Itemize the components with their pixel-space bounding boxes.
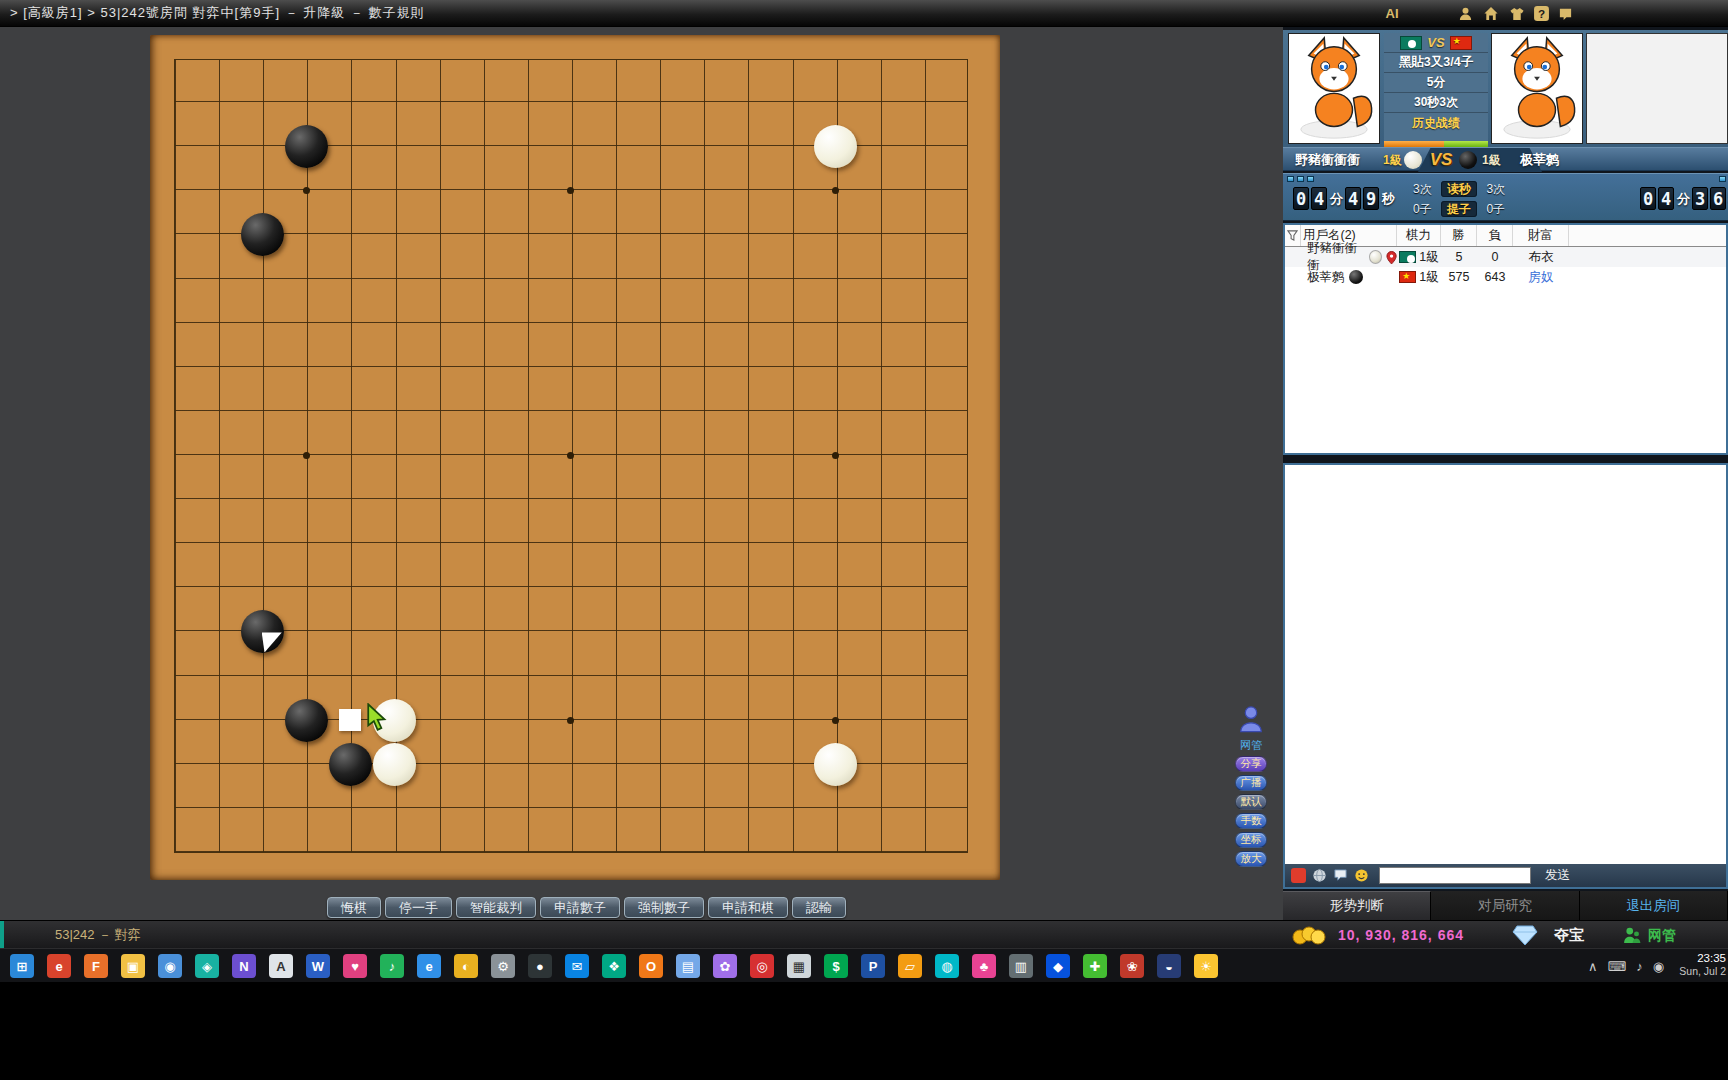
black-captures: 0子 — [1486, 202, 1505, 216]
user-rank: 1級 — [1419, 249, 1438, 266]
send-button[interactable]: 发送 — [1545, 867, 1570, 884]
pill-button-放大[interactable]: 放大 — [1235, 851, 1267, 867]
tab-exit-room[interactable]: 退出房间 — [1580, 891, 1728, 920]
taskbar-app-icon-13[interactable]: ◐ — [454, 954, 478, 978]
taskbar-app-icon-27[interactable]: ♣ — [972, 954, 996, 978]
svg-text:?: ? — [1537, 7, 1544, 20]
status-accent — [0, 921, 4, 949]
white-stone-icon — [1404, 151, 1422, 169]
money-amount: 10, 930, 816, 664 — [1338, 921, 1464, 949]
byoyomi-label: 读秒 — [1441, 181, 1477, 197]
star-point — [303, 452, 310, 459]
pill-button-分享[interactable]: 分享 — [1235, 756, 1267, 772]
taskbar-app-icon-21[interactable]: ◎ — [750, 954, 774, 978]
black-clock-min2: 4 — [1658, 187, 1674, 210]
admin-green-icon[interactable] — [1622, 926, 1642, 944]
side-tool-stack: 网管 分享广播默认手数坐标放大 — [1233, 705, 1269, 867]
macau-flag-icon — [1400, 36, 1422, 50]
status-bar: 53|242 － 對弈 10, 930, 816, 664 夺宝 网管 — [0, 920, 1728, 948]
taskbar-app-icon-17[interactable]: ❖ — [602, 954, 626, 978]
white-clock-sec1: 4 — [1345, 187, 1361, 210]
black-stone-icon — [1349, 270, 1363, 284]
black-player-name: 极莘鹩 — [1520, 148, 1559, 172]
black-clock-min1: 0 — [1640, 187, 1656, 210]
byoyomi-row: 30秒3次 — [1384, 93, 1488, 113]
black-clock-sec1: 3 — [1692, 187, 1708, 210]
taskbar-app-icon-26[interactable]: ◍ — [935, 954, 959, 978]
game-button-7[interactable]: 認輸 — [792, 897, 846, 918]
game-button-4[interactable]: 申請數子 — [540, 897, 620, 918]
deco-square — [1307, 176, 1314, 182]
taskbar-app-icon-10[interactable]: ♥ — [343, 954, 367, 978]
taskbar-app-icon-6[interactable]: ◈ — [195, 954, 219, 978]
taskbar-app-icon-30[interactable]: ✚ — [1083, 954, 1107, 978]
user-wins: 5 — [1441, 250, 1477, 264]
tool-pills: 分享广播默认手数坐标放大 — [1233, 756, 1269, 867]
history-record-button[interactable]: 历史战绩 — [1384, 113, 1488, 133]
user-losses: 0 — [1477, 250, 1513, 264]
right-sidebar: VS 黑貼3又3/4子 5分 30秒3次 历史战绩 — [1283, 27, 1728, 920]
tray-icon-1[interactable]: ∧ — [1588, 959, 1598, 974]
pill-button-坐标[interactable]: 坐标 — [1235, 832, 1267, 848]
taskbar-app-icon-31[interactable]: ❀ — [1120, 954, 1144, 978]
col-rank[interactable]: 棋力 — [1397, 225, 1441, 246]
user-wealth: 房奴 — [1513, 269, 1569, 286]
admin-chat-button[interactable]: 网管 — [1648, 921, 1676, 949]
go-board[interactable] — [150, 35, 1000, 880]
taskbar-app-icon-24[interactable]: P — [861, 954, 885, 978]
stone-D4-black — [285, 699, 328, 742]
star-point — [832, 717, 839, 724]
deco-square — [1287, 176, 1294, 182]
stone-F3-white — [373, 743, 416, 786]
komi-row: 黑貼3又3/4子 — [1384, 53, 1488, 73]
speech-bubble-icon[interactable] — [1333, 868, 1348, 883]
chat-input[interactable] — [1379, 867, 1531, 884]
taskbar-app-icon-9[interactable]: W — [306, 954, 330, 978]
taskbar-app-icon-1[interactable]: ⊞ — [10, 954, 34, 978]
game-action-buttons: 悔棋停一手智能裁判申請數子強制數子申請和棋認輸 — [327, 897, 846, 918]
stone-E3-black — [329, 743, 372, 786]
user-wealth: 布衣 — [1513, 249, 1569, 266]
black-byoyomi-left: 3次 — [1486, 182, 1505, 196]
taskbar-app-icon-12[interactable]: e — [417, 954, 441, 978]
pill-button-手数[interactable]: 手数 — [1235, 813, 1267, 829]
room-status-text: 53|242 － 對弈 — [55, 921, 141, 949]
chat-panel: 发送 — [1283, 463, 1728, 889]
main-area: 悔棋停一手智能裁判申請數子強制數子申請和棋認輸 网管 分享广播默认手数坐标放大 — [0, 27, 1728, 920]
captures-label: 提子 — [1441, 201, 1477, 217]
vs-label: VS — [1427, 35, 1444, 50]
panel-right-blank — [1586, 33, 1728, 144]
user-table-body: 野豬衝衝衝1級50布衣极莘鹩1級575643房奴 — [1285, 247, 1726, 287]
flags-row: VS — [1384, 33, 1488, 53]
pill-button-默认[interactable]: 默认 — [1235, 794, 1267, 810]
white-clock-sec-label: 秒 — [1382, 190, 1395, 208]
stone-C15-black — [241, 213, 284, 256]
window-title-bar: > [高級房1] > 53|242號房間 對弈中[第9手] － 升降級 － 數子… — [0, 0, 1728, 27]
user-list-panel: 用戶名(2) 棋力 勝 負 財富 野豬衝衝衝1級50布衣极莘鹩1級575643房… — [1283, 223, 1728, 455]
shirt-icon[interactable] — [1506, 4, 1528, 23]
location-pin-icon — [1386, 250, 1397, 265]
taskbar-app-icon-29[interactable]: ◆ — [1046, 954, 1070, 978]
game-button-6[interactable]: 申請和棋 — [708, 897, 788, 918]
taskbar-app-icon-16[interactable]: ✉ — [565, 954, 589, 978]
black-stone-icon — [1459, 151, 1477, 169]
treasure-button[interactable]: 夺宝 — [1554, 921, 1584, 949]
sidebar-tabs: 形势判断 对局研究 退出房间 — [1283, 891, 1728, 920]
user-icon[interactable] — [1454, 4, 1476, 23]
chat-toolbar: 发送 — [1285, 864, 1726, 887]
user-name: 极莘鹩 — [1307, 269, 1345, 286]
coins-icon — [1290, 925, 1330, 945]
white-player-rank: 1級 — [1383, 148, 1402, 172]
white-stone-icon — [1369, 250, 1382, 264]
taskbar-app-icon-18[interactable]: O — [639, 954, 663, 978]
admin-label: 网管 — [1233, 738, 1269, 753]
taskbar-app-icon-3[interactable]: F — [84, 954, 108, 978]
taskbar-app-icon-2[interactable]: e — [47, 954, 71, 978]
stone-Q3-white — [814, 743, 857, 786]
globe-icon[interactable] — [1312, 868, 1327, 883]
players-vs-bar: 野豬衝衝衝 1級 VS 1級 极莘鹩 — [1283, 147, 1728, 171]
white-captures: 0子 — [1413, 202, 1432, 216]
mouse-cursor — [364, 703, 390, 733]
extra-icon[interactable] — [1554, 4, 1576, 23]
stone-D17-black — [285, 125, 328, 168]
deco-square — [1297, 176, 1304, 182]
match-info-column: VS 黑貼3又3/4子 5分 30秒3次 历史战绩 — [1384, 33, 1488, 147]
clock-panel: 0 4 分 4 9 秒 3次 读秒 3次 0子 提子 0子 0 4 分 — [1283, 173, 1728, 221]
captures-row: 0子 提子 0子 — [1413, 201, 1505, 218]
tray-time: 23:35 — [1679, 952, 1726, 965]
vs-big-label: VS — [1425, 148, 1457, 172]
taskbar-app-icon-33[interactable]: ☀ — [1194, 954, 1218, 978]
white-clock-min-label: 分 — [1330, 190, 1343, 208]
taskbar-app-icon-25[interactable]: ▱ — [898, 954, 922, 978]
smiley-icon[interactable] — [1354, 868, 1369, 883]
white-clock-min2: 4 — [1311, 187, 1327, 210]
taskbar-app-icon-5[interactable]: ◉ — [158, 954, 182, 978]
white-player-name: 野豬衝衝衝 — [1295, 148, 1360, 172]
taskbar-app-icon-14[interactable]: ⚙ — [491, 954, 515, 978]
tray-icon-4[interactable]: ◉ — [1653, 959, 1664, 974]
col-wins[interactable]: 勝 — [1441, 225, 1477, 246]
taskbar-app-icon-20[interactable]: ✿ — [713, 954, 737, 978]
china-flag-icon — [1399, 271, 1416, 283]
user-wins: 575 — [1441, 270, 1477, 284]
admin-person-icon[interactable] — [1233, 705, 1269, 737]
desktop-screen: > [高級房1] > 53|242號房間 對弈中[第9手] － 升降級 － 數子… — [0, 0, 1728, 1080]
game-button-2[interactable]: 停一手 — [385, 897, 452, 918]
game-button-1[interactable]: 悔棋 — [327, 897, 381, 918]
white-clock-sec2: 9 — [1363, 187, 1379, 210]
col-extra — [1569, 225, 1726, 246]
taskbar-app-icon-15[interactable]: ● — [528, 954, 552, 978]
macau-flag-icon — [1399, 251, 1416, 263]
user-row-野豬衝衝衝[interactable]: 野豬衝衝衝1級50布衣 — [1285, 247, 1726, 267]
user-losses: 643 — [1477, 270, 1513, 284]
player-panel: VS 黑貼3又3/4子 5分 30秒3次 历史战绩 — [1283, 30, 1728, 147]
black-clock-sec2: 6 — [1710, 187, 1726, 210]
taskbar-app-icon-19[interactable]: ▤ — [676, 954, 700, 978]
taskbar-app-icon-8[interactable]: A — [269, 954, 293, 978]
black-clock-min-label: 分 — [1677, 190, 1690, 208]
game-button-3[interactable]: 智能裁判 — [456, 897, 536, 918]
game-button-5[interactable]: 強制數子 — [624, 897, 704, 918]
black-player-avatar[interactable] — [1491, 33, 1583, 144]
tab-game-research[interactable]: 对局研究 — [1431, 891, 1579, 920]
col-wealth[interactable]: 財富 — [1513, 225, 1569, 246]
user-row-极莘鹩[interactable]: 极莘鹩1級575643房奴 — [1285, 267, 1726, 287]
taskbar-app-icon-28[interactable]: ▥ — [1009, 954, 1033, 978]
home-icon[interactable] — [1480, 4, 1502, 23]
main-time-row: 5分 — [1384, 73, 1488, 93]
tray-clock[interactable]: 23:35 Sun, Jul 2 — [1679, 952, 1726, 978]
stone-C6-black — [241, 610, 284, 653]
help-icon[interactable]: ? — [1530, 4, 1552, 23]
deco-square — [1719, 176, 1726, 182]
tray-date: Sun, Jul 2 — [1679, 965, 1726, 978]
white-byoyomi-left: 3次 — [1413, 182, 1432, 196]
taskbar: ⊞eF▣◉◈NAW♥♪e◐⚙●✉❖O▤✿◎▦$P▱◍♣▥◆✚❀◒☀ ∧⌨♪◉ 2… — [0, 948, 1728, 982]
chat-red-icon[interactable] — [1291, 868, 1306, 883]
white-player-avatar[interactable] — [1288, 33, 1380, 144]
white-clock-min1: 0 — [1293, 187, 1309, 210]
byoyomi-row: 3次 读秒 3次 — [1413, 181, 1505, 198]
user-rank: 1級 — [1419, 269, 1438, 286]
black-player-rank: 1級 — [1482, 148, 1501, 172]
taskbar-app-icon-22[interactable]: ▦ — [787, 954, 811, 978]
taskbar-app-icon-23[interactable]: $ — [824, 954, 848, 978]
ai-button[interactable]: AI — [1381, 4, 1403, 23]
tray-icon-3[interactable]: ♪ — [1636, 959, 1643, 974]
tab-position-judge[interactable]: 形势判断 — [1283, 891, 1431, 920]
diamond-icon[interactable] — [1512, 924, 1538, 946]
col-losses[interactable]: 負 — [1477, 225, 1513, 246]
room-breadcrumb: > [高級房1] > 53|242號房間 對弈中[第9手] － 升降級 － 數子… — [10, 0, 425, 26]
taskbar-app-icon-7[interactable]: N — [232, 954, 256, 978]
taskbar-app-icon-11[interactable]: ♪ — [380, 954, 404, 978]
taskbar-app-icon-4[interactable]: ▣ — [121, 954, 145, 978]
tray-icon-2[interactable]: ⌨ — [1607, 959, 1626, 974]
china-flag-icon — [1450, 36, 1472, 50]
pill-button-广播[interactable]: 广播 — [1235, 775, 1267, 791]
system-tray: ∧⌨♪◉ — [1588, 949, 1664, 983]
taskbar-app-icon-32[interactable]: ◒ — [1157, 954, 1181, 978]
hover-square-marker-E4 — [339, 709, 361, 731]
